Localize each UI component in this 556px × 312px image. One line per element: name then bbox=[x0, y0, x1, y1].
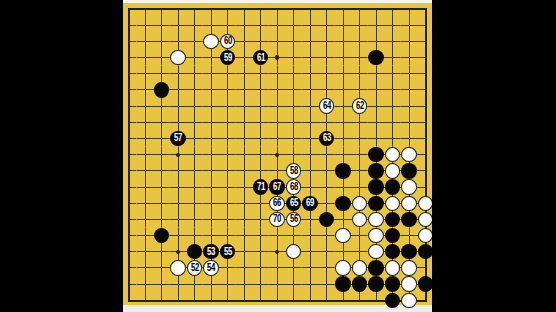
board-cell[interactable] bbox=[153, 260, 170, 276]
board-cell[interactable] bbox=[401, 66, 418, 82]
board-cell[interactable]: 61 bbox=[252, 49, 269, 65]
board-cell[interactable] bbox=[170, 260, 187, 276]
board-cell[interactable] bbox=[368, 98, 385, 114]
board-cell[interactable] bbox=[153, 211, 170, 227]
board-cell[interactable] bbox=[285, 17, 302, 33]
board-cell[interactable] bbox=[137, 17, 154, 33]
board-cell[interactable] bbox=[170, 228, 187, 244]
board-cell[interactable] bbox=[252, 228, 269, 244]
board-cell[interactable] bbox=[137, 292, 154, 308]
board-cell[interactable] bbox=[153, 82, 170, 98]
board-cell[interactable] bbox=[401, 1, 418, 17]
board-cell[interactable] bbox=[137, 98, 154, 114]
board-cell[interactable] bbox=[252, 17, 269, 33]
board-cell[interactable] bbox=[335, 260, 352, 276]
board-cell[interactable] bbox=[318, 163, 335, 179]
board-cell[interactable] bbox=[318, 195, 335, 211]
board-cell[interactable] bbox=[384, 276, 401, 292]
board-cell[interactable] bbox=[351, 228, 368, 244]
board-cell[interactable] bbox=[252, 82, 269, 98]
board-cell[interactable] bbox=[285, 66, 302, 82]
board-cell[interactable] bbox=[170, 66, 187, 82]
board-cell[interactable] bbox=[236, 244, 253, 260]
board-cell[interactable] bbox=[384, 292, 401, 308]
board-cell[interactable] bbox=[170, 179, 187, 195]
board-cell[interactable] bbox=[417, 1, 432, 17]
board-cell[interactable] bbox=[170, 211, 187, 227]
board-cell[interactable] bbox=[236, 1, 253, 17]
board-cell[interactable] bbox=[335, 244, 352, 260]
board-cell[interactable] bbox=[318, 292, 335, 308]
board-cell[interactable] bbox=[123, 98, 137, 114]
board-cell[interactable] bbox=[318, 179, 335, 195]
board-cell[interactable] bbox=[417, 276, 432, 292]
board-cell[interactable] bbox=[203, 211, 220, 227]
board-cell[interactable] bbox=[285, 276, 302, 292]
board-cell[interactable] bbox=[252, 33, 269, 49]
board-cell[interactable] bbox=[285, 33, 302, 49]
board-cell[interactable]: 57 bbox=[170, 130, 187, 146]
board-cell[interactable] bbox=[302, 1, 319, 17]
board-cell[interactable] bbox=[123, 260, 137, 276]
board-cell[interactable] bbox=[236, 114, 253, 130]
board-cell[interactable] bbox=[351, 17, 368, 33]
board-cell[interactable] bbox=[219, 211, 236, 227]
board-cell[interactable] bbox=[203, 33, 220, 49]
board-cell[interactable] bbox=[335, 195, 352, 211]
board-cell[interactable] bbox=[368, 195, 385, 211]
board-cell[interactable] bbox=[219, 195, 236, 211]
board-cell[interactable] bbox=[153, 163, 170, 179]
board-cell[interactable]: 59 bbox=[219, 49, 236, 65]
board-cell[interactable] bbox=[186, 276, 203, 292]
board-cell[interactable] bbox=[236, 292, 253, 308]
board-cell[interactable] bbox=[236, 211, 253, 227]
board-cell[interactable] bbox=[269, 228, 286, 244]
board-cell[interactable] bbox=[318, 49, 335, 65]
board-cell[interactable] bbox=[186, 179, 203, 195]
board-cell[interactable] bbox=[285, 147, 302, 163]
board-cell[interactable] bbox=[318, 228, 335, 244]
board-cell[interactable] bbox=[153, 292, 170, 308]
board-cell[interactable] bbox=[170, 82, 187, 98]
board-cell[interactable] bbox=[236, 179, 253, 195]
board-cell[interactable] bbox=[384, 49, 401, 65]
board-cell[interactable] bbox=[203, 228, 220, 244]
board-cell[interactable] bbox=[153, 179, 170, 195]
board-cell[interactable] bbox=[351, 163, 368, 179]
board-cell[interactable] bbox=[153, 130, 170, 146]
board-cell[interactable] bbox=[285, 82, 302, 98]
board-cell[interactable] bbox=[417, 147, 432, 163]
board-cell[interactable]: 66 bbox=[269, 195, 286, 211]
board-cell[interactable] bbox=[252, 260, 269, 276]
board-cell[interactable]: 62 bbox=[351, 98, 368, 114]
board-cell[interactable] bbox=[269, 114, 286, 130]
board-cell[interactable] bbox=[153, 17, 170, 33]
board-cell[interactable] bbox=[137, 1, 154, 17]
board-cell[interactable] bbox=[384, 66, 401, 82]
board-cell[interactable] bbox=[318, 114, 335, 130]
board-cell[interactable] bbox=[401, 260, 418, 276]
board-cell[interactable] bbox=[285, 228, 302, 244]
board-cell[interactable] bbox=[153, 228, 170, 244]
board-cell[interactable] bbox=[236, 163, 253, 179]
board-cell[interactable] bbox=[252, 114, 269, 130]
board-cell[interactable] bbox=[123, 276, 137, 292]
board-cell[interactable] bbox=[384, 260, 401, 276]
board-cell[interactable] bbox=[351, 82, 368, 98]
board-cell[interactable] bbox=[123, 179, 137, 195]
board-cell[interactable] bbox=[417, 82, 432, 98]
board-cell[interactable] bbox=[384, 163, 401, 179]
board-cell[interactable] bbox=[203, 66, 220, 82]
board-cell[interactable] bbox=[203, 195, 220, 211]
board-cell[interactable] bbox=[401, 114, 418, 130]
board-cell[interactable] bbox=[252, 292, 269, 308]
board-cell[interactable] bbox=[384, 195, 401, 211]
board-cell[interactable] bbox=[351, 292, 368, 308]
board-cell[interactable] bbox=[335, 1, 352, 17]
board-cell[interactable] bbox=[285, 292, 302, 308]
board-cell[interactable]: 53 bbox=[203, 244, 220, 260]
board-cell[interactable]: 70 bbox=[269, 211, 286, 227]
board-cell[interactable] bbox=[417, 17, 432, 33]
board-cell[interactable] bbox=[137, 49, 154, 65]
board-cell[interactable] bbox=[417, 33, 432, 49]
board-cell[interactable] bbox=[318, 33, 335, 49]
board-cell[interactable] bbox=[318, 66, 335, 82]
board-cell[interactable] bbox=[137, 195, 154, 211]
board-cell[interactable] bbox=[170, 195, 187, 211]
board-cell[interactable] bbox=[302, 17, 319, 33]
board-cell[interactable] bbox=[170, 98, 187, 114]
board-cell[interactable] bbox=[170, 1, 187, 17]
board-cell[interactable] bbox=[351, 66, 368, 82]
board-cell[interactable] bbox=[269, 260, 286, 276]
board-cell[interactable] bbox=[302, 292, 319, 308]
board-cell[interactable] bbox=[368, 17, 385, 33]
board-cell[interactable] bbox=[137, 66, 154, 82]
board-cell[interactable] bbox=[203, 1, 220, 17]
board-cell[interactable] bbox=[368, 114, 385, 130]
board-cell[interactable] bbox=[302, 179, 319, 195]
board-cell[interactable] bbox=[368, 260, 385, 276]
board-cell[interactable]: 60 bbox=[219, 33, 236, 49]
board-cell[interactable] bbox=[203, 179, 220, 195]
board-cell[interactable] bbox=[384, 130, 401, 146]
board-cell[interactable] bbox=[285, 130, 302, 146]
board-cell[interactable] bbox=[153, 1, 170, 17]
board-cell[interactable] bbox=[318, 17, 335, 33]
board-cell[interactable] bbox=[401, 211, 418, 227]
board-cell[interactable] bbox=[335, 98, 352, 114]
board-cell[interactable] bbox=[252, 244, 269, 260]
board-cell[interactable] bbox=[170, 163, 187, 179]
board-cell[interactable] bbox=[137, 260, 154, 276]
board-cell[interactable] bbox=[219, 147, 236, 163]
board-cell[interactable] bbox=[137, 163, 154, 179]
board-cell[interactable]: 63 bbox=[318, 130, 335, 146]
board-cell[interactable]: 69 bbox=[302, 195, 319, 211]
board-cell[interactable] bbox=[123, 228, 137, 244]
board-cell[interactable] bbox=[186, 66, 203, 82]
board-cell[interactable] bbox=[368, 147, 385, 163]
board-cell[interactable] bbox=[123, 211, 137, 227]
board-cell[interactable] bbox=[123, 66, 137, 82]
board-cell[interactable] bbox=[335, 49, 352, 65]
board-cell[interactable] bbox=[318, 82, 335, 98]
board-cell[interactable] bbox=[335, 211, 352, 227]
board-cell[interactable] bbox=[318, 211, 335, 227]
board-cell[interactable] bbox=[252, 66, 269, 82]
board-cell[interactable] bbox=[401, 195, 418, 211]
board-cell[interactable]: 52 bbox=[186, 260, 203, 276]
board-cell[interactable] bbox=[401, 17, 418, 33]
board-cell[interactable] bbox=[219, 228, 236, 244]
board-cell[interactable] bbox=[269, 276, 286, 292]
board-cell[interactable] bbox=[236, 98, 253, 114]
board-cell[interactable] bbox=[368, 276, 385, 292]
board-cell[interactable] bbox=[153, 66, 170, 82]
board-cell[interactable] bbox=[285, 244, 302, 260]
board-cell[interactable] bbox=[186, 49, 203, 65]
board-cell[interactable] bbox=[417, 260, 432, 276]
board-cell[interactable] bbox=[186, 211, 203, 227]
board-cell[interactable] bbox=[203, 17, 220, 33]
board-cell[interactable] bbox=[203, 98, 220, 114]
board-cell[interactable] bbox=[384, 33, 401, 49]
board-cell[interactable] bbox=[137, 147, 154, 163]
board-cell[interactable] bbox=[269, 130, 286, 146]
board-cell[interactable] bbox=[401, 163, 418, 179]
board-cell[interactable] bbox=[219, 1, 236, 17]
board-cell[interactable] bbox=[351, 147, 368, 163]
board-cell[interactable] bbox=[123, 130, 137, 146]
board-cell[interactable] bbox=[137, 114, 154, 130]
board-cell[interactable] bbox=[401, 130, 418, 146]
board-cell[interactable] bbox=[170, 292, 187, 308]
board-cell[interactable] bbox=[285, 260, 302, 276]
board-cell[interactable] bbox=[236, 49, 253, 65]
board-cell[interactable] bbox=[137, 179, 154, 195]
board-cell[interactable] bbox=[401, 49, 418, 65]
board-cell[interactable] bbox=[186, 292, 203, 308]
board-cell[interactable] bbox=[269, 163, 286, 179]
board-cell[interactable] bbox=[335, 163, 352, 179]
board-cell[interactable] bbox=[236, 82, 253, 98]
board-cell[interactable] bbox=[302, 114, 319, 130]
board-cell[interactable] bbox=[401, 292, 418, 308]
board-cell[interactable] bbox=[186, 1, 203, 17]
board-cell[interactable] bbox=[368, 49, 385, 65]
board-cell[interactable] bbox=[186, 33, 203, 49]
board-cell[interactable] bbox=[219, 82, 236, 98]
board-cell[interactable] bbox=[368, 244, 385, 260]
board-cell[interactable] bbox=[186, 147, 203, 163]
board-cell[interactable] bbox=[153, 33, 170, 49]
board-cell[interactable] bbox=[384, 1, 401, 17]
board-cell[interactable] bbox=[368, 1, 385, 17]
board-cell[interactable] bbox=[417, 179, 432, 195]
board-cell[interactable] bbox=[417, 66, 432, 82]
board-cell[interactable] bbox=[269, 17, 286, 33]
board-cell[interactable] bbox=[417, 163, 432, 179]
board-cell[interactable] bbox=[368, 179, 385, 195]
board-cell[interactable] bbox=[302, 163, 319, 179]
board-cell[interactable] bbox=[123, 17, 137, 33]
board-cell[interactable] bbox=[203, 82, 220, 98]
board-cell[interactable] bbox=[351, 211, 368, 227]
board-cell[interactable]: 68 bbox=[285, 179, 302, 195]
board-cell[interactable] bbox=[417, 195, 432, 211]
board-cell[interactable] bbox=[137, 228, 154, 244]
board-cell[interactable] bbox=[186, 98, 203, 114]
board-cell[interactable] bbox=[269, 292, 286, 308]
board-cell[interactable] bbox=[123, 33, 137, 49]
board-cell[interactable] bbox=[236, 195, 253, 211]
board-cell[interactable] bbox=[236, 130, 253, 146]
board-cell[interactable] bbox=[368, 130, 385, 146]
board-cell[interactable] bbox=[123, 1, 137, 17]
board-cell[interactable] bbox=[335, 276, 352, 292]
board-cell[interactable] bbox=[123, 82, 137, 98]
board-cell[interactable] bbox=[302, 98, 319, 114]
board-cell[interactable] bbox=[351, 1, 368, 17]
board-cell[interactable] bbox=[335, 33, 352, 49]
board-cell[interactable] bbox=[203, 114, 220, 130]
board-cell[interactable] bbox=[302, 147, 319, 163]
board-cell[interactable] bbox=[153, 49, 170, 65]
board-cell[interactable] bbox=[417, 49, 432, 65]
board-cell[interactable] bbox=[384, 114, 401, 130]
board-cell[interactable] bbox=[236, 260, 253, 276]
board-cell[interactable] bbox=[269, 33, 286, 49]
board-cell[interactable] bbox=[417, 244, 432, 260]
board-cell[interactable] bbox=[153, 244, 170, 260]
board-cell[interactable] bbox=[236, 147, 253, 163]
board-cell[interactable] bbox=[153, 276, 170, 292]
board-cell[interactable] bbox=[384, 179, 401, 195]
board-cell[interactable]: 58 bbox=[285, 163, 302, 179]
board-cell[interactable] bbox=[123, 195, 137, 211]
board-cell[interactable] bbox=[335, 292, 352, 308]
board-cell[interactable] bbox=[384, 82, 401, 98]
board-cell[interactable] bbox=[417, 114, 432, 130]
board-cell[interactable] bbox=[123, 163, 137, 179]
board-cell[interactable] bbox=[269, 82, 286, 98]
board-cell[interactable] bbox=[368, 82, 385, 98]
board-cell[interactable] bbox=[302, 33, 319, 49]
board-cell[interactable] bbox=[417, 98, 432, 114]
board-cell[interactable] bbox=[401, 228, 418, 244]
board-cell[interactable] bbox=[335, 228, 352, 244]
board-cell[interactable] bbox=[318, 260, 335, 276]
board-cell[interactable] bbox=[252, 98, 269, 114]
board-cell[interactable] bbox=[219, 276, 236, 292]
board-cell[interactable] bbox=[203, 49, 220, 65]
board-cell[interactable] bbox=[170, 276, 187, 292]
board-cell[interactable] bbox=[203, 292, 220, 308]
board-cell[interactable] bbox=[219, 130, 236, 146]
board-cell[interactable] bbox=[335, 114, 352, 130]
board-cell[interactable] bbox=[269, 1, 286, 17]
board-cell[interactable] bbox=[351, 114, 368, 130]
board-cell[interactable] bbox=[236, 33, 253, 49]
board-cell[interactable] bbox=[186, 17, 203, 33]
board-cell[interactable] bbox=[186, 228, 203, 244]
board-cell[interactable] bbox=[401, 276, 418, 292]
board-cell[interactable] bbox=[285, 1, 302, 17]
board-cell[interactable] bbox=[302, 228, 319, 244]
board-cell[interactable] bbox=[170, 33, 187, 49]
board-cell[interactable] bbox=[123, 292, 137, 308]
board-cell[interactable] bbox=[368, 33, 385, 49]
board-cell[interactable] bbox=[351, 49, 368, 65]
board-cell[interactable] bbox=[351, 33, 368, 49]
board-cell[interactable] bbox=[401, 179, 418, 195]
board-cell[interactable] bbox=[417, 211, 432, 227]
board-cell[interactable] bbox=[236, 276, 253, 292]
board-cell[interactable] bbox=[219, 260, 236, 276]
board-cell[interactable] bbox=[335, 147, 352, 163]
board-cell[interactable] bbox=[384, 147, 401, 163]
board-cell[interactable] bbox=[123, 147, 137, 163]
board-cell[interactable] bbox=[252, 130, 269, 146]
board-cell[interactable] bbox=[203, 163, 220, 179]
board-cell[interactable] bbox=[219, 66, 236, 82]
board-cell[interactable] bbox=[170, 49, 187, 65]
board-cell[interactable] bbox=[219, 292, 236, 308]
board-cell[interactable] bbox=[368, 163, 385, 179]
board-cell[interactable] bbox=[417, 292, 432, 308]
board-cell[interactable] bbox=[203, 276, 220, 292]
board-cell[interactable] bbox=[285, 49, 302, 65]
board-cell[interactable] bbox=[302, 49, 319, 65]
board-cell[interactable] bbox=[335, 17, 352, 33]
board-cell[interactable] bbox=[351, 244, 368, 260]
board-cell[interactable] bbox=[203, 130, 220, 146]
board-cell[interactable] bbox=[186, 82, 203, 98]
board-cell[interactable] bbox=[368, 66, 385, 82]
board-cell[interactable] bbox=[269, 98, 286, 114]
board-cell[interactable] bbox=[219, 114, 236, 130]
board-cell[interactable] bbox=[368, 211, 385, 227]
board-cell[interactable] bbox=[417, 228, 432, 244]
board-cell[interactable] bbox=[153, 114, 170, 130]
board-cell[interactable] bbox=[137, 33, 154, 49]
board-cell[interactable] bbox=[384, 244, 401, 260]
board-cell[interactable] bbox=[384, 98, 401, 114]
board-cell[interactable] bbox=[302, 244, 319, 260]
board-cell[interactable] bbox=[384, 17, 401, 33]
board-cell[interactable] bbox=[186, 244, 203, 260]
board-cell[interactable] bbox=[137, 244, 154, 260]
board-cell[interactable]: 67 bbox=[269, 179, 286, 195]
board-cell[interactable] bbox=[401, 33, 418, 49]
board-cell[interactable] bbox=[318, 147, 335, 163]
board-cell[interactable] bbox=[351, 179, 368, 195]
board-cell[interactable] bbox=[302, 211, 319, 227]
board-cell[interactable] bbox=[170, 114, 187, 130]
board-cell[interactable] bbox=[137, 82, 154, 98]
board-cell[interactable] bbox=[153, 195, 170, 211]
board-cell[interactable] bbox=[153, 98, 170, 114]
board-cell[interactable] bbox=[335, 130, 352, 146]
board-cell[interactable] bbox=[318, 276, 335, 292]
board-cell[interactable] bbox=[302, 260, 319, 276]
board-cell[interactable] bbox=[302, 276, 319, 292]
